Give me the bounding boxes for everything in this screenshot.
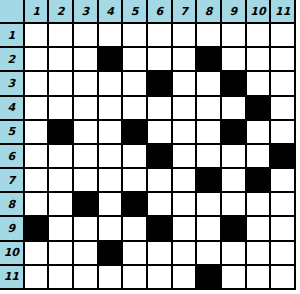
cell-r4-c3[interactable] [74, 97, 97, 119]
cell-r6-c4[interactable] [99, 145, 122, 167]
cell-r1-c2[interactable] [49, 24, 72, 46]
col-header-2: 2 [49, 0, 72, 22]
cell-r1-c8[interactable] [197, 24, 220, 46]
cell-r10-c3[interactable] [74, 242, 97, 264]
col-header-10: 10 [247, 0, 270, 22]
cell-r3-c5[interactable] [123, 72, 146, 94]
cell-r5-c11[interactable] [271, 121, 294, 143]
cell-r1-c3[interactable] [74, 24, 97, 46]
cell-r7-c2[interactable] [49, 169, 72, 191]
cell-r5-c6[interactable] [148, 121, 171, 143]
puzzle-page: 12345678910111234567891011 [0, 0, 300, 294]
cell-r8-c7[interactable] [173, 193, 196, 215]
cell-r4-c1[interactable] [25, 97, 48, 119]
row-header-1: 1 [0, 24, 23, 46]
cell-r10-c5[interactable] [123, 242, 146, 264]
col-header-9: 9 [222, 0, 245, 22]
cell-r3-c8[interactable] [197, 72, 220, 94]
cell-r10-c7[interactable] [173, 242, 196, 264]
cell-r7-c7[interactable] [173, 169, 196, 191]
row-header-3: 3 [0, 72, 23, 94]
cell-r11-c1[interactable] [25, 266, 48, 288]
cell-r8-c4[interactable] [99, 193, 122, 215]
cell-r10-c10[interactable] [247, 242, 270, 264]
cell-r7-c1[interactable] [25, 169, 48, 191]
cell-r4-c7[interactable] [173, 97, 196, 119]
cell-r2-c3[interactable] [74, 48, 97, 70]
cell-r9-c7[interactable] [173, 217, 196, 239]
cell-r2-c10[interactable] [247, 48, 270, 70]
cell-r1-c6[interactable] [148, 24, 171, 46]
cell-r5-c7[interactable] [173, 121, 196, 143]
row-header-7: 7 [0, 169, 23, 191]
cell-r5-c3[interactable] [74, 121, 97, 143]
cell-r11-c3[interactable] [74, 266, 97, 288]
cell-r7-c9[interactable] [222, 169, 245, 191]
cell-r9-c3[interactable] [74, 217, 97, 239]
puzzle-board: 12345678910111234567891011 [0, 0, 296, 290]
cell-r2-c11[interactable] [271, 48, 294, 70]
cell-r11-c7[interactable] [173, 266, 196, 288]
cell-r11-c9[interactable] [222, 266, 245, 288]
cell-r6-c10[interactable] [247, 145, 270, 167]
cell-r10-c2[interactable] [49, 242, 72, 264]
cell-r11-c6[interactable] [148, 266, 171, 288]
cell-r1-c10[interactable] [247, 24, 270, 46]
black-cell-r9-c6[interactable] [148, 217, 171, 239]
cell-r1-c7[interactable] [173, 24, 196, 46]
col-header-6: 6 [148, 0, 171, 22]
black-cell-r6-c11[interactable] [271, 145, 294, 167]
cell-r11-c2[interactable] [49, 266, 72, 288]
row-header-4: 4 [0, 97, 23, 119]
black-cell-r5-c9[interactable] [222, 121, 245, 143]
cell-r3-c1[interactable] [25, 72, 48, 94]
black-cell-r3-c6[interactable] [148, 72, 171, 94]
cell-r3-c2[interactable] [49, 72, 72, 94]
black-cell-r3-c9[interactable] [222, 72, 245, 94]
row-header-6: 6 [0, 145, 23, 167]
cell-r9-c8[interactable] [197, 217, 220, 239]
col-header-1: 1 [25, 0, 48, 22]
col-header-11: 11 [271, 0, 294, 22]
cell-r9-c10[interactable] [247, 217, 270, 239]
cell-r5-c1[interactable] [25, 121, 48, 143]
row-header-8: 8 [0, 193, 23, 215]
cell-r10-c9[interactable] [222, 242, 245, 264]
cell-r8-c8[interactable] [197, 193, 220, 215]
cell-r6-c1[interactable] [25, 145, 48, 167]
cell-r7-c11[interactable] [271, 169, 294, 191]
cell-r3-c11[interactable] [271, 72, 294, 94]
cell-r3-c4[interactable] [99, 72, 122, 94]
col-header-5: 5 [123, 0, 146, 22]
black-cell-r6-c6[interactable] [148, 145, 171, 167]
cell-r6-c9[interactable] [222, 145, 245, 167]
cell-r10-c1[interactable] [25, 242, 48, 264]
col-header-3: 3 [74, 0, 97, 22]
cell-r9-c4[interactable] [99, 217, 122, 239]
black-cell-r5-c2[interactable] [49, 121, 72, 143]
black-cell-r5-c5[interactable] [123, 121, 146, 143]
col-header-4: 4 [99, 0, 122, 22]
cell-r11-c4[interactable] [99, 266, 122, 288]
cell-r5-c4[interactable] [99, 121, 122, 143]
row-header-2: 2 [0, 48, 23, 70]
cell-r1-c9[interactable] [222, 24, 245, 46]
cell-r10-c8[interactable] [197, 242, 220, 264]
corner-cell [0, 0, 23, 22]
cell-r4-c9[interactable] [222, 97, 245, 119]
row-header-5: 5 [0, 121, 23, 143]
cell-r3-c3[interactable] [74, 72, 97, 94]
black-cell-r7-c10[interactable] [247, 169, 270, 191]
cell-r3-c10[interactable] [247, 72, 270, 94]
black-cell-r2-c4[interactable] [99, 48, 122, 70]
row-header-11: 11 [0, 266, 23, 288]
cell-r2-c9[interactable] [222, 48, 245, 70]
cell-r4-c8[interactable] [197, 97, 220, 119]
cell-r6-c3[interactable] [74, 145, 97, 167]
cell-r5-c10[interactable] [247, 121, 270, 143]
cell-r2-c2[interactable] [49, 48, 72, 70]
row-header-10: 10 [0, 242, 23, 264]
cell-r7-c3[interactable] [74, 169, 97, 191]
cell-r2-c6[interactable] [148, 48, 171, 70]
black-cell-r8-c5[interactable] [123, 193, 146, 215]
cell-r5-c8[interactable] [197, 121, 220, 143]
cell-r4-c6[interactable] [148, 97, 171, 119]
col-header-7: 7 [173, 0, 196, 22]
black-cell-r9-c1[interactable] [25, 217, 48, 239]
cell-r6-c5[interactable] [123, 145, 146, 167]
cell-r11-c10[interactable] [247, 266, 270, 288]
cell-r2-c5[interactable] [123, 48, 146, 70]
cell-r1-c4[interactable] [99, 24, 122, 46]
black-cell-r2-c8[interactable] [197, 48, 220, 70]
cell-r6-c8[interactable] [197, 145, 220, 167]
black-cell-r7-c8[interactable] [197, 169, 220, 191]
cell-r9-c2[interactable] [49, 217, 72, 239]
cell-r4-c4[interactable] [99, 97, 122, 119]
cell-r11-c5[interactable] [123, 266, 146, 288]
cell-r7-c6[interactable] [148, 169, 171, 191]
cell-r4-c5[interactable] [123, 97, 146, 119]
cell-r4-c2[interactable] [49, 97, 72, 119]
cell-r9-c11[interactable] [271, 217, 294, 239]
row-header-9: 9 [0, 217, 23, 239]
cell-r8-c10[interactable] [247, 193, 270, 215]
cell-r10-c11[interactable] [271, 242, 294, 264]
cell-r7-c4[interactable] [99, 169, 122, 191]
cell-r1-c11[interactable] [271, 24, 294, 46]
cell-r8-c6[interactable] [148, 193, 171, 215]
cell-r8-c11[interactable] [271, 193, 294, 215]
cell-r2-c1[interactable] [25, 48, 48, 70]
cell-r6-c7[interactable] [173, 145, 196, 167]
cell-r2-c7[interactable] [173, 48, 196, 70]
black-cell-r10-c4[interactable] [99, 242, 122, 264]
black-cell-r4-c10[interactable] [247, 97, 270, 119]
cell-r1-c5[interactable] [123, 24, 146, 46]
black-cell-r8-c3[interactable] [74, 193, 97, 215]
cell-r6-c2[interactable] [49, 145, 72, 167]
cell-r8-c9[interactable] [222, 193, 245, 215]
cell-r4-c11[interactable] [271, 97, 294, 119]
cell-r10-c6[interactable] [148, 242, 171, 264]
cell-r1-c1[interactable] [25, 24, 48, 46]
cell-r9-c5[interactable] [123, 217, 146, 239]
col-header-8: 8 [197, 0, 220, 22]
cell-r8-c1[interactable] [25, 193, 48, 215]
cell-r11-c11[interactable] [271, 266, 294, 288]
black-cell-r11-c8[interactable] [197, 266, 220, 288]
black-cell-r9-c9[interactable] [222, 217, 245, 239]
cell-r3-c7[interactable] [173, 72, 196, 94]
cell-r8-c2[interactable] [49, 193, 72, 215]
cell-r7-c5[interactable] [123, 169, 146, 191]
